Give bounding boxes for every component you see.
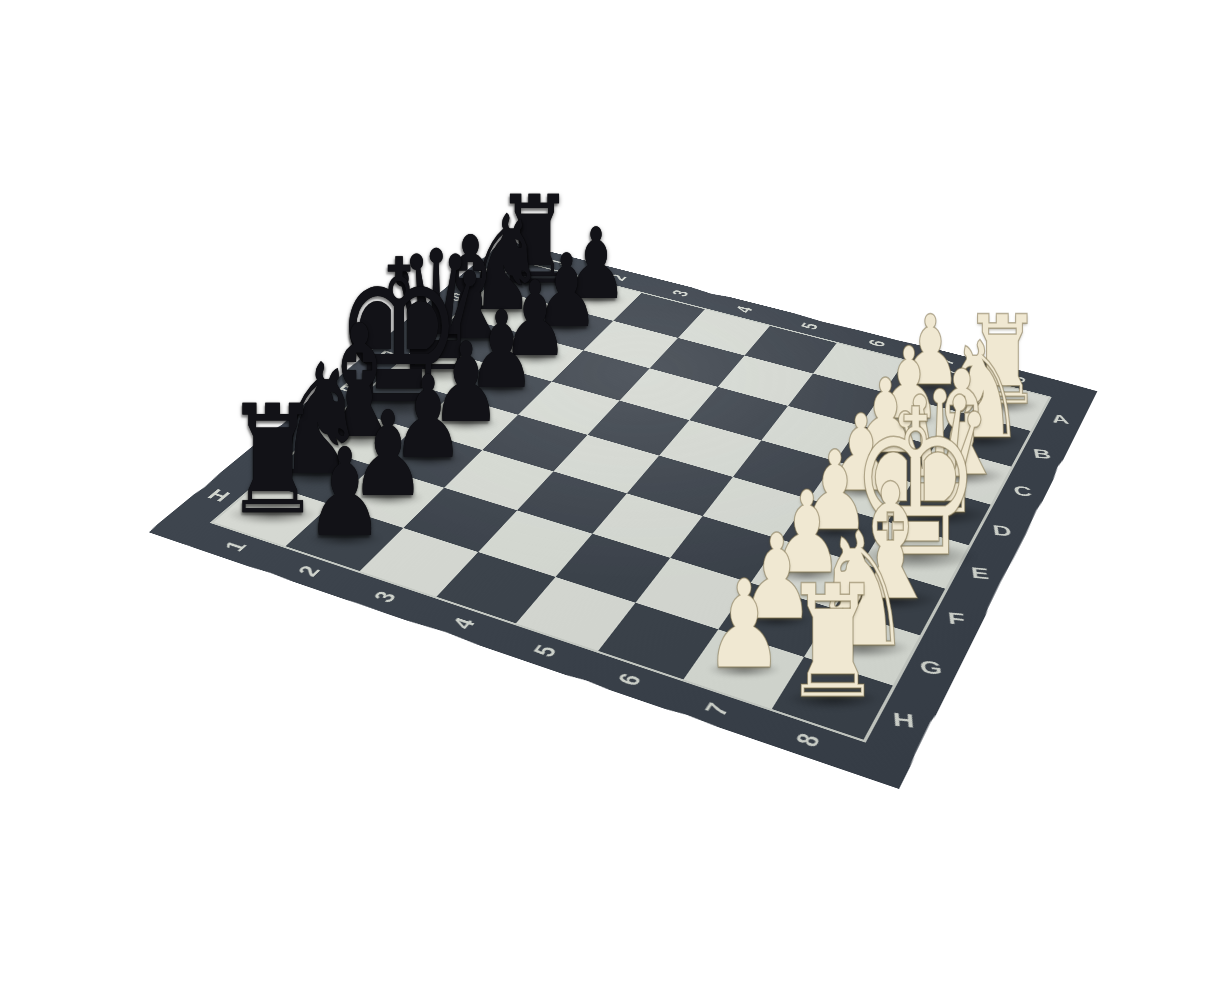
file-label-f-lower-right-edge: F <box>935 605 979 633</box>
product-photo-scene: AA11BB22CC33DD44EE55FF66GG77HH88 ♜♞♝♛♚♝♞… <box>0 0 1226 1000</box>
file-label-c-lower-right-edge: C <box>1002 480 1043 503</box>
file-label-h-lower-right-edge: H <box>881 704 927 737</box>
chess-mat: AA11BB22CC33DD44EE55FF66GG77HH88 <box>148 240 1098 789</box>
file-label-b-lower-right-edge: B <box>1022 443 1062 465</box>
file-label-g-lower-right-edge: G <box>909 653 954 683</box>
file-label-e-lower-right-edge: E <box>959 560 1002 586</box>
file-label-d-lower-right-edge: D <box>981 519 1023 544</box>
file-label-a-lower-right-edge: A <box>1041 409 1080 430</box>
